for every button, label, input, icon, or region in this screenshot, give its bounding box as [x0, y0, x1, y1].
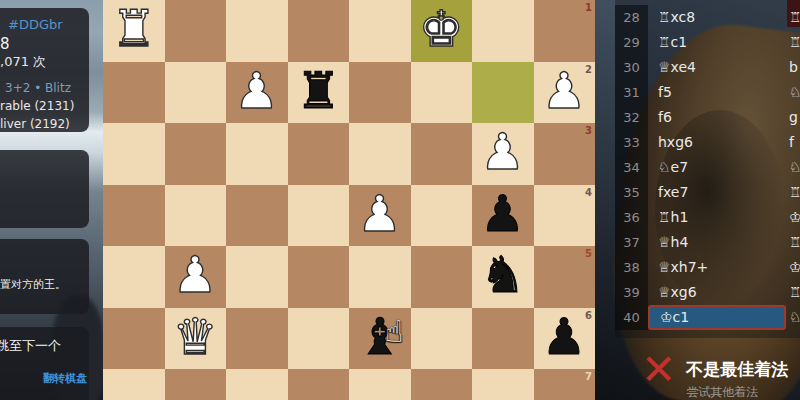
- move-row-28: 28♖xc8♖: [615, 5, 800, 30]
- move-number: 40: [615, 305, 648, 330]
- square-f6[interactable]: [226, 308, 288, 370]
- move-white[interactable]: ♖h1: [648, 205, 786, 230]
- selected-move-white[interactable]: ♔c1: [648, 305, 786, 330]
- square-c2[interactable]: [411, 62, 473, 124]
- square-a7[interactable]: 7: [534, 369, 596, 400]
- white-pawn-a2[interactable]: ♟: [542, 66, 587, 116]
- square-d4[interactable]: ♟: [349, 185, 411, 247]
- move-feedback: ✕ 不是最佳着法 尝试其他着法: [641, 350, 788, 400]
- view-count-line1: 8: [0, 32, 89, 53]
- left-sidebar: #DDGbr 8 ,071 次 3+2 • Blitz rable (2131)…: [0, 0, 103, 400]
- square-a2[interactable]: ♟2: [534, 62, 596, 124]
- move-black-clipped[interactable]: ♖: [786, 230, 800, 255]
- square-h1[interactable]: ♜: [103, 0, 165, 62]
- move-number: 31: [615, 80, 648, 105]
- tournament-link[interactable]: #DDGbr: [0, 8, 89, 32]
- move-black-clipped[interactable]: ♘: [786, 80, 800, 105]
- move-number: 39: [615, 280, 648, 305]
- square-h2[interactable]: [103, 62, 165, 124]
- move-black-clipped[interactable]: ♘: [786, 305, 800, 330]
- move-row-36: 36♖h1♔: [615, 205, 800, 230]
- square-c4[interactable]: [411, 185, 473, 247]
- move-row-32: 32f6g: [615, 105, 800, 130]
- square-b1[interactable]: [472, 0, 534, 62]
- board-grid: ♜♚1♟♜♟2♟3♟♟4♟♞5♛♝♟67: [103, 0, 595, 400]
- move-white[interactable]: ♖c1: [648, 30, 786, 55]
- square-b6[interactable]: [472, 308, 534, 370]
- square-f1[interactable]: [226, 0, 288, 62]
- rank-label-6: 6: [585, 310, 592, 321]
- move-white[interactable]: ♕xe4: [648, 55, 786, 80]
- white-pawn-d4[interactable]: ♟: [357, 189, 402, 239]
- square-b2[interactable]: [472, 62, 534, 124]
- move-black-clipped[interactable]: ♔: [786, 205, 800, 230]
- square-g5[interactable]: ♟: [165, 246, 227, 308]
- white-king-c1[interactable]: ♚: [419, 4, 464, 54]
- move-black-clipped[interactable]: ♖: [786, 180, 800, 205]
- move-white[interactable]: ♕h4: [648, 230, 786, 255]
- square-b7[interactable]: [472, 369, 534, 400]
- move-number: 28: [615, 5, 648, 30]
- move-white[interactable]: ♘e7: [648, 155, 786, 180]
- square-h3[interactable]: [103, 123, 165, 185]
- game-info-box: #DDGbr 8 ,071 次 3+2 • Blitz rable (2131)…: [0, 8, 89, 132]
- square-e1[interactable]: [288, 0, 350, 62]
- hand-cursor-icon: ☝: [385, 314, 403, 349]
- move-black-clipped[interactable]: g: [786, 105, 800, 130]
- square-e3[interactable]: [288, 123, 350, 185]
- rank-label-1: 1: [585, 2, 592, 13]
- square-g7[interactable]: [165, 369, 227, 400]
- move-row-34: 34♘e7♘: [615, 155, 800, 180]
- player-black[interactable]: liver (2192): [0, 113, 89, 131]
- move-black-clipped[interactable]: ♖: [786, 30, 800, 55]
- move-number: 35: [615, 180, 648, 205]
- square-g2[interactable]: [165, 62, 227, 124]
- mistake-x-icon: ✕: [641, 350, 676, 400]
- move-row-30: 30♕xe4b: [615, 55, 800, 80]
- rank-label-4: 4: [585, 187, 592, 198]
- square-d5[interactable]: [349, 246, 411, 308]
- time-control: 3+2 • Blitz: [0, 71, 89, 95]
- right-pane: 28♖xc8♖29♖c1♖30♕xe4b31f5♘32f6g33hxg6f34♘…: [595, 0, 800, 400]
- square-c1[interactable]: ♚: [411, 0, 473, 62]
- square-d7[interactable]: [349, 369, 411, 400]
- square-h7[interactable]: [103, 369, 165, 400]
- move-black-clipped[interactable]: ♖: [786, 5, 800, 30]
- move-black-clipped[interactable]: b: [786, 55, 800, 80]
- black-pawn-b4[interactable]: ♟: [480, 189, 525, 239]
- move-row-37: 37♕h4♖: [615, 230, 800, 255]
- move-number: 38: [615, 255, 648, 280]
- move-row-38: 38♕xh7+♔: [615, 255, 800, 280]
- square-c7[interactable]: [411, 369, 473, 400]
- square-a6[interactable]: ♟6: [534, 308, 596, 370]
- move-black-clipped[interactable]: ♖: [786, 280, 800, 305]
- white-pawn-b3[interactable]: ♟: [480, 127, 525, 177]
- move-row-40: 40♔c1♘: [615, 305, 800, 330]
- goal-hint-text: 置对方的王。: [0, 239, 89, 292]
- white-rook-h1[interactable]: ♜: [111, 4, 156, 54]
- square-h6[interactable]: [103, 308, 165, 370]
- move-white[interactable]: ♕xh7+: [648, 255, 786, 280]
- square-f3[interactable]: [226, 123, 288, 185]
- move-number: 34: [615, 155, 648, 180]
- square-d1[interactable]: [349, 0, 411, 62]
- square-h4[interactable]: [103, 185, 165, 247]
- square-g4[interactable]: [165, 185, 227, 247]
- move-list: 28♖xc8♖29♖c1♖30♕xe4b31f5♘32f6g33hxg6f34♘…: [615, 0, 800, 338]
- move-white[interactable]: fxe7: [648, 180, 786, 205]
- move-white[interactable]: ♖xc8: [648, 5, 786, 30]
- move-number: 29: [615, 30, 648, 55]
- feedback-title: 不是最佳着法: [686, 358, 788, 381]
- move-row-29: 29♖c1♖: [615, 30, 800, 55]
- square-c6[interactable]: [411, 308, 473, 370]
- move-number: 33: [615, 130, 648, 155]
- square-a5[interactable]: 5: [534, 246, 596, 308]
- square-e5[interactable]: [288, 246, 350, 308]
- white-pawn-g5[interactable]: ♟: [173, 250, 218, 300]
- view-count-line2: ,071 次: [0, 53, 89, 71]
- black-knight-b5[interactable]: ♞: [480, 250, 525, 300]
- square-a1[interactable]: 1: [534, 0, 596, 62]
- empty-panel-box: [0, 150, 89, 228]
- square-f4[interactable]: [226, 185, 288, 247]
- white-pawn-f2[interactable]: ♟: [234, 66, 279, 116]
- goal-hint-box: 置对方的王。: [0, 239, 89, 314]
- move-row-31: 31f5♘: [615, 80, 800, 105]
- square-a4[interactable]: 4: [534, 185, 596, 247]
- feedback-subtitle[interactable]: 尝试其他着法: [686, 384, 788, 400]
- move-black-clipped[interactable]: f: [786, 130, 800, 155]
- chess-board: ♜♚1♟♜♟2♟3♟♟4♟♞5♛♝♟67 ☝: [103, 0, 595, 400]
- square-e6[interactable]: [288, 308, 350, 370]
- black-rook-e2[interactable]: ♜: [296, 66, 341, 116]
- square-b3[interactable]: ♟: [472, 123, 534, 185]
- flip-board-button[interactable]: 翻转棋盘: [43, 371, 87, 386]
- move-row-39: 39♕xg6♖: [615, 280, 800, 305]
- move-number: 37: [615, 230, 648, 255]
- square-d2[interactable]: [349, 62, 411, 124]
- square-c5[interactable]: [411, 246, 473, 308]
- white-queen-g6[interactable]: ♛: [173, 312, 218, 362]
- square-g6[interactable]: ♛: [165, 308, 227, 370]
- move-black-clipped[interactable]: ♔: [786, 255, 800, 280]
- move-number: 30: [615, 55, 648, 80]
- player-white[interactable]: rable (2131): [0, 95, 89, 113]
- chess-analysis-page: #DDGbr 8 ,071 次 3+2 • Blitz rable (2131)…: [0, 0, 800, 400]
- square-e4[interactable]: [288, 185, 350, 247]
- jump-next-label: 跳至下一个: [0, 327, 89, 355]
- square-c3[interactable]: [411, 123, 473, 185]
- black-pawn-a6[interactable]: ♟: [542, 312, 587, 362]
- square-b4[interactable]: ♟: [472, 185, 534, 247]
- move-number: 32: [615, 105, 648, 130]
- move-white[interactable]: f5: [648, 80, 786, 105]
- rank-label-5: 5: [585, 248, 592, 259]
- square-e7[interactable]: [288, 369, 350, 400]
- move-number: 36: [615, 205, 648, 230]
- rank-label-3: 3: [585, 125, 592, 136]
- square-g1[interactable]: [165, 0, 227, 62]
- square-f2[interactable]: ♟: [226, 62, 288, 124]
- navigation-box: 跳至下一个 翻转棋盘: [0, 327, 89, 400]
- rank-label-7: 7: [585, 371, 592, 382]
- square-a3[interactable]: 3: [534, 123, 596, 185]
- move-row-33: 33hxg6f: [615, 130, 800, 155]
- square-g3[interactable]: [165, 123, 227, 185]
- square-f7[interactable]: [226, 369, 288, 400]
- square-h5[interactable]: [103, 246, 165, 308]
- square-e2[interactable]: ♜: [288, 62, 350, 124]
- move-black-clipped[interactable]: ♘: [786, 155, 800, 180]
- square-f5[interactable]: [226, 246, 288, 308]
- move-white[interactable]: f6: [648, 105, 786, 130]
- square-d3[interactable]: [349, 123, 411, 185]
- move-row-35: 35fxe7♖: [615, 180, 800, 205]
- move-white[interactable]: hxg6: [648, 130, 786, 155]
- rank-label-2: 2: [585, 64, 592, 75]
- square-b5[interactable]: ♞: [472, 246, 534, 308]
- move-white[interactable]: ♕xg6: [648, 280, 786, 305]
